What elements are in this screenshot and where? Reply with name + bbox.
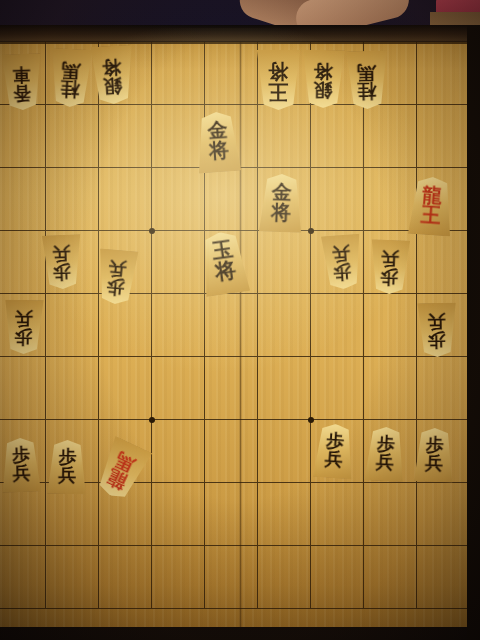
square-1f[interactable] — [417, 357, 470, 420]
board-top-edge — [0, 25, 469, 42]
square-2b[interactable] — [364, 105, 417, 168]
square-2i[interactable] — [364, 546, 417, 609]
square-7f[interactable] — [99, 357, 152, 420]
square-6b[interactable] — [152, 105, 205, 168]
piece-kanji: 兵 — [425, 454, 443, 473]
piece-kanji: 馬 — [358, 62, 376, 82]
top-grid-line — [0, 42, 470, 44]
square-1a[interactable] — [417, 42, 470, 105]
piece-kanji: 香 — [14, 83, 32, 102]
piece-kanji: 将 — [102, 57, 121, 77]
square-8i[interactable] — [46, 546, 99, 609]
piece-kanji: 銀 — [314, 80, 332, 100]
piece-kanji: 歩 — [54, 262, 72, 281]
square-5e[interactable] — [205, 294, 258, 357]
square-4f[interactable] — [258, 357, 311, 420]
square-8b[interactable] — [46, 105, 99, 168]
square-2c[interactable] — [364, 168, 417, 231]
square-8f[interactable] — [46, 357, 99, 420]
piece-kanji: 兵 — [332, 244, 350, 264]
piece-kanji: 歩 — [381, 267, 399, 286]
piece-kanji: 王 — [269, 82, 288, 102]
square-1d[interactable] — [417, 231, 470, 294]
square-5f[interactable] — [205, 357, 258, 420]
square-6i[interactable] — [152, 546, 205, 609]
square-8e[interactable] — [46, 294, 99, 357]
piece-kanji: 馬 — [62, 60, 81, 80]
square-3i[interactable] — [311, 546, 364, 609]
square-4d[interactable] — [258, 231, 311, 294]
square-6e[interactable] — [152, 294, 205, 357]
square-6c[interactable] — [152, 168, 205, 231]
shogi-photo-scene: 香車桂馬銀将王将銀将桂馬歩兵歩兵歩兵歩兵歩兵歩兵龍馬金将金将龍王玉将歩兵歩兵歩兵… — [0, 0, 480, 640]
piece-kanji: 将 — [214, 260, 237, 284]
square-4g[interactable] — [258, 420, 311, 483]
background-right — [467, 25, 480, 640]
square-8c[interactable] — [46, 168, 99, 231]
square-4b[interactable] — [258, 105, 311, 168]
star-point — [149, 417, 155, 423]
square-9b[interactable] — [0, 105, 46, 168]
piece-kanji: 車 — [13, 65, 31, 84]
square-3e[interactable] — [311, 294, 364, 357]
piece-kanji: 将 — [314, 61, 332, 81]
piece-kanji: 歩 — [429, 330, 446, 349]
square-2e[interactable] — [364, 294, 417, 357]
piece-kanji: 王 — [420, 205, 440, 227]
star-point — [308, 417, 314, 423]
square-7b[interactable] — [99, 105, 152, 168]
square-3c[interactable] — [311, 168, 364, 231]
piece-kanji: 兵 — [108, 259, 127, 279]
square-6f[interactable] — [152, 357, 205, 420]
piece-kanji: 兵 — [15, 309, 32, 328]
square-3f[interactable] — [311, 357, 364, 420]
square-4i[interactable] — [258, 546, 311, 609]
shogi-board: 香車桂馬銀将王将銀将桂馬歩兵歩兵歩兵歩兵歩兵歩兵龍馬金将金将龍王玉将歩兵歩兵歩兵… — [0, 28, 469, 627]
square-3h[interactable] — [311, 483, 364, 546]
square-1i[interactable] — [417, 546, 470, 609]
square-9c[interactable] — [0, 168, 46, 231]
piece-kanji: 将 — [271, 202, 291, 223]
piece-kanji: 兵 — [381, 249, 399, 268]
square-6a[interactable] — [152, 42, 205, 105]
square-5c[interactable] — [205, 168, 258, 231]
piece-kanji: 歩 — [15, 327, 32, 346]
square-1b[interactable] — [417, 105, 470, 168]
playfield: 香車桂馬銀将王将銀将桂馬歩兵歩兵歩兵歩兵歩兵歩兵龍馬金将金将龍王玉将歩兵歩兵歩兵… — [0, 42, 470, 609]
square-6g[interactable] — [152, 420, 205, 483]
piece-kanji: 兵 — [53, 244, 71, 263]
piece-kanji: 兵 — [376, 453, 394, 472]
square-5i[interactable] — [205, 546, 258, 609]
square-4h[interactable] — [258, 483, 311, 546]
square-6d[interactable] — [152, 231, 205, 294]
piece-kanji: 兵 — [12, 464, 30, 483]
piece-kanji: 兵 — [428, 312, 445, 331]
square-2f[interactable] — [364, 357, 417, 420]
square-4e[interactable] — [258, 294, 311, 357]
square-1h[interactable] — [417, 483, 470, 546]
piece-kanji: 将 — [208, 140, 228, 162]
star-point — [149, 228, 155, 234]
piece-kanji: 兵 — [58, 466, 75, 485]
piece-kanji: 桂 — [358, 81, 376, 101]
square-9f[interactable] — [0, 357, 46, 420]
square-3b[interactable] — [311, 105, 364, 168]
piece-kanji: 桂 — [61, 79, 80, 99]
square-5h[interactable] — [205, 483, 258, 546]
piece-kanji: 兵 — [324, 450, 342, 470]
square-6h[interactable] — [152, 483, 205, 546]
square-5g[interactable] — [205, 420, 258, 483]
piece-kanji: 馬 — [114, 449, 139, 474]
piece-kanji: 将 — [269, 61, 288, 81]
square-2h[interactable] — [364, 483, 417, 546]
square-7e[interactable] — [99, 294, 152, 357]
square-9i[interactable] — [0, 546, 46, 609]
square-9d[interactable] — [0, 231, 46, 294]
square-7i[interactable] — [99, 546, 152, 609]
square-5a[interactable] — [205, 42, 258, 105]
star-point — [308, 228, 314, 234]
square-7c[interactable] — [99, 168, 152, 231]
piece-kanji: 銀 — [103, 76, 122, 96]
